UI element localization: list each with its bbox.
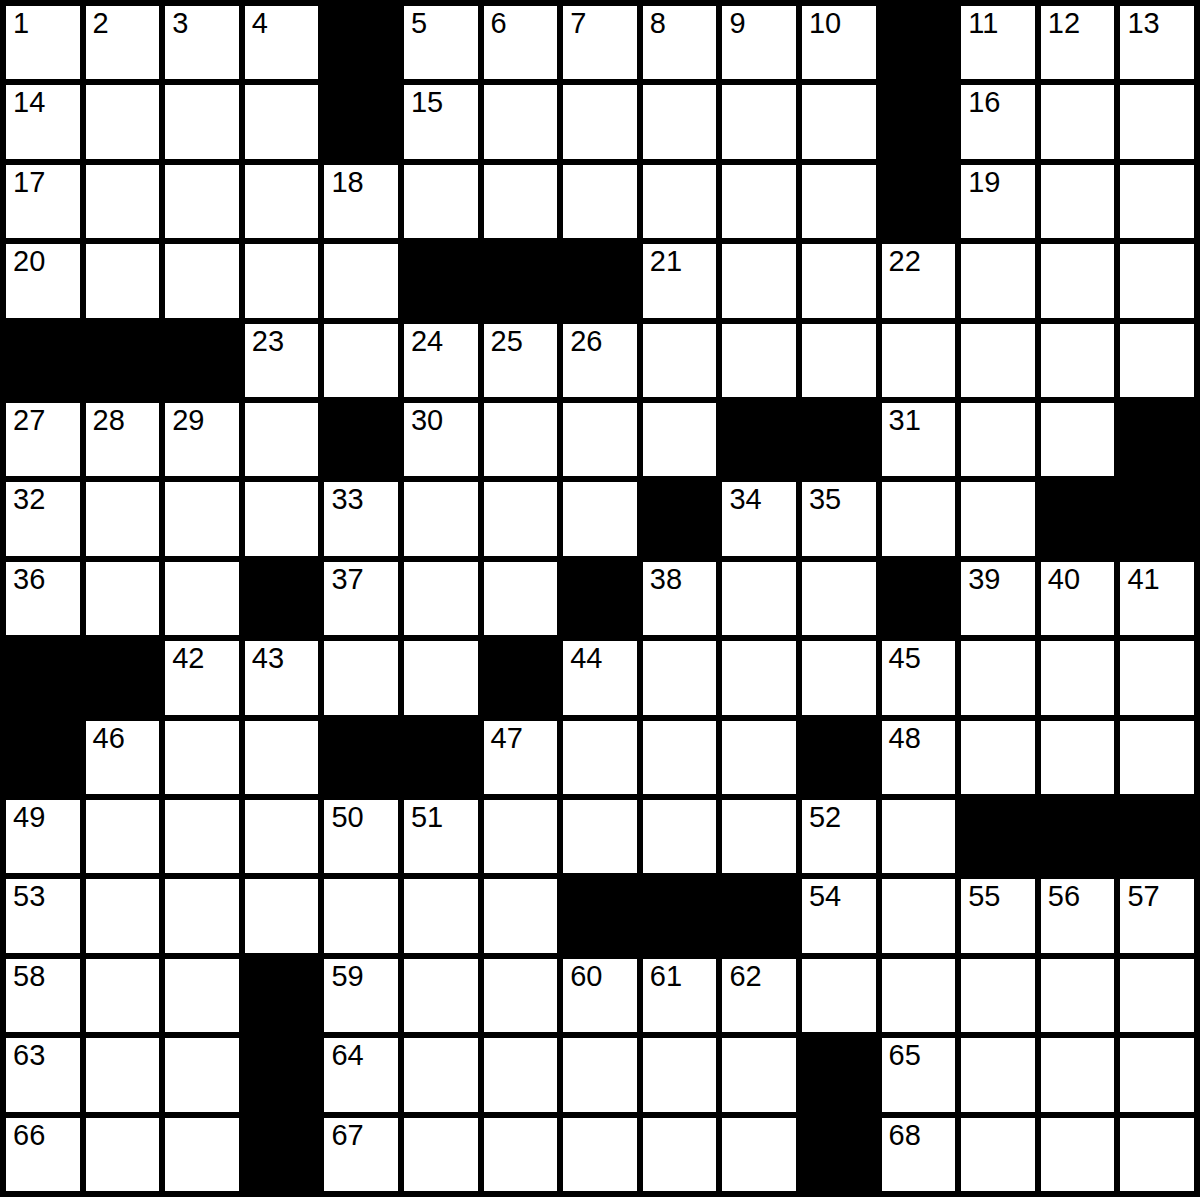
grid-cell[interactable]: 16: [961, 85, 1035, 158]
clue-number: 23: [252, 326, 284, 356]
black-cell: [404, 721, 478, 794]
grid-cell[interactable]: [563, 1118, 637, 1191]
grid-cell[interactable]: [722, 1118, 796, 1191]
grid-cell[interactable]: [643, 165, 717, 238]
grid-cell[interactable]: [882, 879, 956, 952]
grid-cell[interactable]: [165, 959, 239, 1032]
grid-cell[interactable]: 13: [1120, 6, 1194, 79]
clue-number: 56: [1048, 881, 1080, 911]
grid-cell[interactable]: [1041, 1038, 1115, 1111]
grid-cell[interactable]: [1120, 324, 1194, 397]
grid-cell[interactable]: 56: [1041, 879, 1115, 952]
grid-cell[interactable]: [165, 482, 239, 555]
grid-cell[interactable]: 33: [324, 482, 398, 555]
grid-cell[interactable]: [802, 324, 876, 397]
grid-cell[interactable]: [563, 165, 637, 238]
black-cell: [484, 641, 558, 714]
grid-cell[interactable]: 67: [324, 1118, 398, 1191]
grid-cell[interactable]: 15: [404, 85, 478, 158]
grid-cell[interactable]: [1120, 641, 1194, 714]
grid-cell[interactable]: [324, 641, 398, 714]
grid-cell[interactable]: [245, 879, 319, 952]
clue-number: 29: [172, 405, 204, 435]
grid-cell[interactable]: 38: [643, 562, 717, 635]
grid-cell[interactable]: [86, 482, 160, 555]
clue-number: 49: [13, 802, 45, 832]
clue-number: 34: [729, 484, 761, 514]
grid-cell[interactable]: [404, 482, 478, 555]
grid-cell[interactable]: [961, 403, 1035, 476]
grid-cell[interactable]: [961, 244, 1035, 317]
grid-cell[interactable]: 34: [722, 482, 796, 555]
black-cell: [324, 403, 398, 476]
clue-number: 13: [1127, 8, 1159, 38]
clue-number: 67: [331, 1120, 363, 1150]
grid-cell[interactable]: 2: [86, 6, 160, 79]
grid-cell[interactable]: [643, 1118, 717, 1191]
grid-cell[interactable]: [484, 1118, 558, 1191]
clue-number: 59: [331, 961, 363, 991]
black-cell: [245, 1038, 319, 1111]
grid-cell[interactable]: 24: [404, 324, 478, 397]
grid-cell[interactable]: [324, 324, 398, 397]
clue-number: 44: [570, 643, 602, 673]
clue-number: 22: [889, 246, 921, 276]
clue-number: 10: [809, 8, 841, 38]
black-cell: [86, 324, 160, 397]
clue-number: 16: [968, 87, 1000, 117]
black-cell: [324, 85, 398, 158]
clue-number: 40: [1048, 564, 1080, 594]
grid-cell[interactable]: [165, 800, 239, 873]
black-cell: [722, 879, 796, 952]
clue-number: 64: [331, 1040, 363, 1070]
clue-number: 8: [650, 8, 666, 38]
grid-cell[interactable]: [86, 959, 160, 1032]
clue-number: 2: [93, 8, 109, 38]
grid-cell[interactable]: [245, 403, 319, 476]
grid-cell[interactable]: [643, 1038, 717, 1111]
clue-number: 9: [729, 8, 745, 38]
grid-cell[interactable]: [484, 1038, 558, 1111]
grid-cell[interactable]: [1120, 1038, 1194, 1111]
grid-cell[interactable]: [722, 165, 796, 238]
grid-cell[interactable]: [165, 165, 239, 238]
clue-number: 21: [650, 246, 682, 276]
grid-cell[interactable]: [1041, 244, 1115, 317]
clue-number: 53: [13, 881, 45, 911]
grid-cell[interactable]: 12: [1041, 6, 1115, 79]
black-cell: [563, 244, 637, 317]
crossword-grid: 1234567891011121314151617181920212223242…: [0, 0, 1200, 1197]
grid-cell[interactable]: 10: [802, 6, 876, 79]
grid-cell[interactable]: 8: [643, 6, 717, 79]
grid-cell[interactable]: [1041, 1118, 1115, 1191]
grid-cell[interactable]: [882, 324, 956, 397]
grid-cell[interactable]: [563, 1038, 637, 1111]
grid-cell[interactable]: [165, 1118, 239, 1191]
grid-cell[interactable]: [722, 800, 796, 873]
grid-cell[interactable]: 3: [165, 6, 239, 79]
grid-cell[interactable]: 36: [6, 562, 80, 635]
black-cell: [1120, 482, 1194, 555]
grid-cell[interactable]: 55: [961, 879, 1035, 952]
grid-cell[interactable]: [86, 165, 160, 238]
grid-cell[interactable]: [165, 85, 239, 158]
grid-cell[interactable]: 51: [404, 800, 478, 873]
black-cell: [1120, 403, 1194, 476]
grid-cell[interactable]: 54: [802, 879, 876, 952]
grid-cell[interactable]: [1041, 85, 1115, 158]
clue-number: 36: [13, 564, 45, 594]
grid-cell[interactable]: 29: [165, 403, 239, 476]
black-cell: [802, 1118, 876, 1191]
grid-cell[interactable]: 50: [324, 800, 398, 873]
grid-cell[interactable]: [563, 482, 637, 555]
black-cell: [6, 324, 80, 397]
grid-cell[interactable]: 47: [484, 721, 558, 794]
grid-cell[interactable]: [1120, 959, 1194, 1032]
clue-number: 39: [968, 564, 1000, 594]
clue-number: 19: [968, 167, 1000, 197]
clue-number: 6: [491, 8, 507, 38]
grid-cell[interactable]: [643, 800, 717, 873]
grid-cell[interactable]: [165, 562, 239, 635]
crossword-board: 1234567891011121314151617181920212223242…: [0, 0, 1200, 1197]
grid-cell[interactable]: 52: [802, 800, 876, 873]
clue-number: 37: [331, 564, 363, 594]
grid-cell[interactable]: [802, 641, 876, 714]
grid-cell[interactable]: [802, 244, 876, 317]
grid-cell[interactable]: 6: [484, 6, 558, 79]
grid-cell[interactable]: [245, 165, 319, 238]
clue-number: 55: [968, 881, 1000, 911]
grid-cell[interactable]: [643, 721, 717, 794]
clue-number: 57: [1127, 881, 1159, 911]
grid-cell[interactable]: 58: [6, 959, 80, 1032]
grid-cell[interactable]: 43: [245, 641, 319, 714]
clue-number: 47: [491, 723, 523, 753]
grid-cell[interactable]: [1041, 324, 1115, 397]
grid-cell[interactable]: [722, 244, 796, 317]
grid-cell[interactable]: [404, 641, 478, 714]
grid-cell[interactable]: [86, 1118, 160, 1191]
grid-cell[interactable]: 62: [722, 959, 796, 1032]
black-cell: [643, 879, 717, 952]
grid-cell[interactable]: 27: [6, 403, 80, 476]
grid-cell[interactable]: 60: [563, 959, 637, 1032]
clue-number: 54: [809, 881, 841, 911]
clue-number: 20: [13, 246, 45, 276]
grid-cell[interactable]: 42: [165, 641, 239, 714]
grid-cell[interactable]: 65: [882, 1038, 956, 1111]
grid-cell[interactable]: [165, 244, 239, 317]
grid-cell[interactable]: 26: [563, 324, 637, 397]
grid-cell[interactable]: [245, 721, 319, 794]
clue-number: 52: [809, 802, 841, 832]
grid-cell[interactable]: [802, 85, 876, 158]
grid-cell[interactable]: [1041, 403, 1115, 476]
grid-cell[interactable]: [86, 800, 160, 873]
black-cell: [245, 1118, 319, 1191]
grid-cell[interactable]: 21: [643, 244, 717, 317]
grid-cell[interactable]: [722, 324, 796, 397]
grid-cell[interactable]: [245, 244, 319, 317]
grid-cell[interactable]: 20: [6, 244, 80, 317]
clue-number: 46: [93, 723, 125, 753]
grid-cell[interactable]: [961, 721, 1035, 794]
grid-cell[interactable]: [961, 482, 1035, 555]
grid-cell[interactable]: [404, 1038, 478, 1111]
grid-cell[interactable]: 18: [324, 165, 398, 238]
clue-number: 45: [889, 643, 921, 673]
grid-cell[interactable]: [245, 800, 319, 873]
black-cell: [6, 721, 80, 794]
grid-cell[interactable]: [1120, 721, 1194, 794]
grid-cell[interactable]: [643, 324, 717, 397]
grid-cell[interactable]: [802, 165, 876, 238]
clue-number: 17: [13, 167, 45, 197]
clue-number: 28: [93, 405, 125, 435]
grid-cell[interactable]: [643, 641, 717, 714]
clue-number: 25: [491, 326, 523, 356]
grid-cell[interactable]: 59: [324, 959, 398, 1032]
grid-cell[interactable]: [961, 324, 1035, 397]
grid-cell[interactable]: 45: [882, 641, 956, 714]
clue-number: 68: [889, 1120, 921, 1150]
grid-cell[interactable]: 22: [882, 244, 956, 317]
clue-number: 48: [889, 723, 921, 753]
grid-cell[interactable]: 66: [6, 1118, 80, 1191]
grid-cell[interactable]: [86, 85, 160, 158]
grid-cell[interactable]: 19: [961, 165, 1035, 238]
grid-cell[interactable]: 68: [882, 1118, 956, 1191]
clue-number: 1: [13, 8, 29, 38]
grid-cell[interactable]: [1120, 165, 1194, 238]
grid-cell[interactable]: [722, 721, 796, 794]
grid-cell[interactable]: 44: [563, 641, 637, 714]
grid-cell[interactable]: 57: [1120, 879, 1194, 952]
grid-cell[interactable]: [245, 85, 319, 158]
clue-number: 30: [411, 405, 443, 435]
grid-cell[interactable]: [961, 1038, 1035, 1111]
grid-cell[interactable]: [882, 959, 956, 1032]
clue-number: 4: [252, 8, 268, 38]
grid-cell[interactable]: 63: [6, 1038, 80, 1111]
grid-cell[interactable]: 64: [324, 1038, 398, 1111]
black-cell: [245, 959, 319, 1032]
clue-number: 32: [13, 484, 45, 514]
grid-cell[interactable]: [484, 85, 558, 158]
grid-cell[interactable]: [961, 1118, 1035, 1191]
grid-cell[interactable]: 32: [6, 482, 80, 555]
grid-cell[interactable]: 4: [245, 6, 319, 79]
grid-cell[interactable]: 28: [86, 403, 160, 476]
grid-cell[interactable]: [1120, 244, 1194, 317]
grid-cell[interactable]: [484, 879, 558, 952]
black-cell: [882, 85, 956, 158]
grid-cell[interactable]: [1041, 959, 1115, 1032]
grid-cell[interactable]: [1041, 165, 1115, 238]
grid-cell[interactable]: [961, 641, 1035, 714]
grid-cell[interactable]: 48: [882, 721, 956, 794]
grid-cell[interactable]: [484, 482, 558, 555]
clue-number: 26: [570, 326, 602, 356]
grid-cell[interactable]: [643, 403, 717, 476]
grid-cell[interactable]: [404, 959, 478, 1032]
grid-cell[interactable]: 5: [404, 6, 478, 79]
grid-cell[interactable]: 23: [245, 324, 319, 397]
black-cell: [324, 721, 398, 794]
black-cell: [245, 562, 319, 635]
grid-cell[interactable]: [404, 1118, 478, 1191]
clue-number: 12: [1048, 8, 1080, 38]
grid-cell[interactable]: [722, 562, 796, 635]
clue-number: 15: [411, 87, 443, 117]
black-cell: [802, 721, 876, 794]
grid-cell[interactable]: [484, 562, 558, 635]
grid-cell[interactable]: [1120, 1118, 1194, 1191]
clue-number: 51: [411, 802, 443, 832]
clue-number: 3: [172, 8, 188, 38]
black-cell: [882, 165, 956, 238]
grid-cell[interactable]: [722, 1038, 796, 1111]
clue-number: 11: [968, 8, 998, 38]
clue-number: 58: [13, 961, 45, 991]
grid-cell[interactable]: [961, 959, 1035, 1032]
grid-cell[interactable]: [563, 800, 637, 873]
clue-number: 66: [13, 1120, 45, 1150]
clue-number: 61: [650, 961, 682, 991]
grid-cell[interactable]: [802, 562, 876, 635]
grid-cell[interactable]: 25: [484, 324, 558, 397]
grid-cell[interactable]: [563, 85, 637, 158]
grid-cell[interactable]: [1041, 641, 1115, 714]
grid-cell[interactable]: [484, 403, 558, 476]
black-cell: [802, 1038, 876, 1111]
grid-cell[interactable]: [643, 85, 717, 158]
clue-number: 31: [889, 405, 921, 435]
grid-cell[interactable]: [86, 244, 160, 317]
black-cell: [643, 482, 717, 555]
black-cell: [484, 244, 558, 317]
grid-cell[interactable]: [404, 562, 478, 635]
black-cell: [882, 562, 956, 635]
grid-cell[interactable]: [165, 879, 239, 952]
clue-number: 41: [1127, 564, 1159, 594]
grid-cell[interactable]: [86, 1038, 160, 1111]
black-cell: [86, 641, 160, 714]
clue-number: 35: [809, 484, 841, 514]
grid-cell[interactable]: [86, 879, 160, 952]
black-cell: [1041, 800, 1115, 873]
grid-cell[interactable]: 1: [6, 6, 80, 79]
grid-cell[interactable]: 35: [802, 482, 876, 555]
grid-cell[interactable]: [165, 1038, 239, 1111]
black-cell: [563, 562, 637, 635]
clue-number: 43: [252, 643, 284, 673]
grid-cell[interactable]: [404, 165, 478, 238]
clue-number: 60: [570, 961, 602, 991]
grid-cell[interactable]: [563, 721, 637, 794]
clue-number: 27: [13, 405, 45, 435]
grid-cell[interactable]: 14: [6, 85, 80, 158]
grid-cell[interactable]: [1120, 85, 1194, 158]
black-cell: [324, 6, 398, 79]
grid-cell[interactable]: 53: [6, 879, 80, 952]
black-cell: [961, 800, 1035, 873]
clue-number: 65: [889, 1040, 921, 1070]
black-cell: [6, 641, 80, 714]
grid-cell[interactable]: 37: [324, 562, 398, 635]
black-cell: [404, 244, 478, 317]
grid-cell[interactable]: 30: [404, 403, 478, 476]
grid-cell[interactable]: [484, 800, 558, 873]
black-cell: [563, 879, 637, 952]
grid-cell[interactable]: 17: [6, 165, 80, 238]
black-cell: [722, 403, 796, 476]
clue-number: 5: [411, 8, 427, 38]
grid-cell[interactable]: [563, 403, 637, 476]
clue-number: 14: [13, 87, 45, 117]
grid-cell[interactable]: [1041, 721, 1115, 794]
clue-number: 33: [331, 484, 363, 514]
black-cell: [1120, 800, 1194, 873]
grid-cell[interactable]: 41: [1120, 562, 1194, 635]
grid-cell[interactable]: [245, 482, 319, 555]
grid-cell[interactable]: [722, 641, 796, 714]
grid-cell[interactable]: [802, 959, 876, 1032]
black-cell: [882, 6, 956, 79]
clue-number: 50: [331, 802, 363, 832]
clue-number: 38: [650, 564, 682, 594]
grid-cell[interactable]: 39: [961, 562, 1035, 635]
grid-cell[interactable]: 61: [643, 959, 717, 1032]
grid-cell[interactable]: 31: [882, 403, 956, 476]
grid-cell[interactable]: [165, 721, 239, 794]
grid-cell[interactable]: 49: [6, 800, 80, 873]
black-cell: [1041, 482, 1115, 555]
grid-cell[interactable]: [722, 85, 796, 158]
clue-number: 42: [172, 643, 204, 673]
grid-cell[interactable]: 46: [86, 721, 160, 794]
grid-cell[interactable]: [484, 959, 558, 1032]
clue-number: 62: [729, 961, 761, 991]
grid-cell[interactable]: [882, 482, 956, 555]
grid-cell[interactable]: [324, 879, 398, 952]
grid-cell[interactable]: [484, 165, 558, 238]
grid-cell[interactable]: 40: [1041, 562, 1115, 635]
clue-number: 63: [13, 1040, 45, 1070]
clue-number: 18: [331, 167, 363, 197]
clue-number: 24: [411, 326, 443, 356]
black-cell: [802, 403, 876, 476]
grid-cell[interactable]: 9: [722, 6, 796, 79]
grid-cell[interactable]: 7: [563, 6, 637, 79]
grid-cell[interactable]: [882, 800, 956, 873]
grid-cell[interactable]: 11: [961, 6, 1035, 79]
grid-cell[interactable]: [404, 879, 478, 952]
clue-number: 7: [570, 8, 586, 38]
grid-cell[interactable]: [324, 244, 398, 317]
black-cell: [165, 324, 239, 397]
grid-cell[interactable]: [86, 562, 160, 635]
